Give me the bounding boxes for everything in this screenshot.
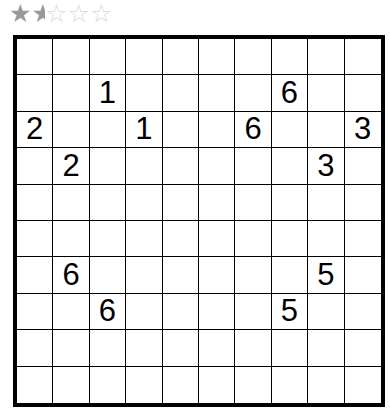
grid-cell-clue[interactable]: 3 <box>345 112 381 148</box>
grid-cell[interactable] <box>199 257 235 293</box>
grid-cell[interactable] <box>163 367 199 403</box>
grid-cell[interactable] <box>163 330 199 366</box>
grid-cell-clue[interactable]: 6 <box>53 257 89 293</box>
grid-cell[interactable] <box>126 39 162 75</box>
grid-cell-clue[interactable]: 1 <box>90 75 126 111</box>
grid-cell[interactable] <box>308 75 344 111</box>
grid-cell[interactable] <box>126 185 162 221</box>
grid-cell[interactable] <box>53 39 89 75</box>
puzzle-page: ★★☆☆☆ 162163236565 <box>0 0 390 414</box>
grid-cell[interactable] <box>272 367 308 403</box>
grid-cell[interactable] <box>17 330 53 366</box>
grid-cell[interactable] <box>272 257 308 293</box>
grid-cell-clue[interactable]: 3 <box>308 148 344 184</box>
star-empty-icon: ☆ <box>90 0 112 27</box>
grid-cell[interactable] <box>126 148 162 184</box>
grid-cell[interactable] <box>90 221 126 257</box>
grid-cell[interactable] <box>90 112 126 148</box>
grid-cell[interactable] <box>272 148 308 184</box>
grid-cell[interactable] <box>163 185 199 221</box>
star-empty-icon: ☆ <box>45 0 67 27</box>
grid-cell[interactable] <box>199 330 235 366</box>
grid-cell[interactable] <box>308 185 344 221</box>
grid-cell[interactable] <box>53 294 89 330</box>
grid-cell[interactable] <box>308 112 344 148</box>
star-filled-icon: ★ <box>9 0 31 27</box>
grid-cell[interactable] <box>126 221 162 257</box>
grid-cell[interactable] <box>345 221 381 257</box>
grid-cell[interactable] <box>90 257 126 293</box>
difficulty-rating: ★★☆☆☆ <box>9 0 112 27</box>
grid-cell[interactable] <box>199 39 235 75</box>
grid-cell[interactable] <box>126 330 162 366</box>
grid-cell[interactable] <box>345 294 381 330</box>
grid-cell[interactable] <box>235 257 271 293</box>
grid-cell[interactable] <box>17 148 53 184</box>
grid-cell[interactable] <box>199 221 235 257</box>
grid-cell[interactable] <box>53 75 89 111</box>
grid-cell[interactable] <box>17 185 53 221</box>
grid-cell[interactable] <box>235 75 271 111</box>
grid-cell-clue[interactable]: 6 <box>90 294 126 330</box>
grid-cell-clue[interactable]: 2 <box>17 112 53 148</box>
grid-cell[interactable] <box>53 330 89 366</box>
grid-cell[interactable] <box>235 185 271 221</box>
grid-cell[interactable] <box>272 185 308 221</box>
grid-cell-clue[interactable]: 5 <box>272 294 308 330</box>
grid-cell[interactable] <box>17 294 53 330</box>
grid-cell[interactable] <box>163 39 199 75</box>
grid-cell[interactable] <box>199 367 235 403</box>
grid-cell[interactable] <box>163 257 199 293</box>
grid-cell[interactable] <box>272 221 308 257</box>
grid-cell-clue[interactable]: 6 <box>272 75 308 111</box>
grid-cell-clue[interactable]: 5 <box>308 257 344 293</box>
grid-cell[interactable] <box>345 75 381 111</box>
grid-cell[interactable] <box>199 148 235 184</box>
grid-cell[interactable] <box>163 112 199 148</box>
grid-cell[interactable] <box>163 148 199 184</box>
grid-cell[interactable] <box>53 367 89 403</box>
grid-cell[interactable] <box>272 112 308 148</box>
grid-cell[interactable] <box>90 148 126 184</box>
grid-cell[interactable] <box>126 294 162 330</box>
grid-cell[interactable] <box>235 330 271 366</box>
grid-cell[interactable] <box>272 39 308 75</box>
grid-cell[interactable] <box>90 330 126 366</box>
grid-cell[interactable] <box>53 185 89 221</box>
grid-cell[interactable] <box>308 367 344 403</box>
grid-cell[interactable] <box>163 294 199 330</box>
grid-cell[interactable] <box>235 221 271 257</box>
grid-cell[interactable] <box>308 330 344 366</box>
grid-cell[interactable] <box>235 39 271 75</box>
grid-cell[interactable] <box>308 294 344 330</box>
grid-cell[interactable] <box>272 330 308 366</box>
star-empty-icon: ☆ <box>68 0 90 27</box>
grid-cell[interactable] <box>308 221 344 257</box>
grid-cell[interactable] <box>345 148 381 184</box>
star-half-icon: ★ <box>31 0 45 27</box>
grid-cell[interactable] <box>235 148 271 184</box>
grid-cell-clue[interactable]: 2 <box>53 148 89 184</box>
grid-cell-clue[interactable]: 1 <box>126 112 162 148</box>
grid-cell[interactable] <box>345 330 381 366</box>
grid-cell-clue[interactable]: 6 <box>235 112 271 148</box>
grid-cell[interactable] <box>163 75 199 111</box>
grid-cell[interactable] <box>17 221 53 257</box>
grid-cell[interactable] <box>199 112 235 148</box>
grid-cell[interactable] <box>308 39 344 75</box>
grid-cell[interactable] <box>345 39 381 75</box>
grid-cell[interactable] <box>235 294 271 330</box>
grid-cell[interactable] <box>199 75 235 111</box>
grid-cell[interactable] <box>163 221 199 257</box>
grid-cell[interactable] <box>345 367 381 403</box>
grid-cell[interactable] <box>199 185 235 221</box>
grid-cell[interactable] <box>17 75 53 111</box>
grid-cell[interactable] <box>126 75 162 111</box>
grid-cell[interactable] <box>53 112 89 148</box>
grid-cell[interactable] <box>199 294 235 330</box>
grid-cell[interactable] <box>90 39 126 75</box>
grid-cell[interactable] <box>235 367 271 403</box>
grid-cell[interactable] <box>126 367 162 403</box>
grid-cell[interactable] <box>53 221 89 257</box>
grid-cell[interactable] <box>17 367 53 403</box>
grid-cell[interactable] <box>345 185 381 221</box>
grid-cell[interactable] <box>17 257 53 293</box>
grid-cell[interactable] <box>90 185 126 221</box>
grid-cell[interactable] <box>90 367 126 403</box>
puzzle-grid: 162163236565 <box>13 35 385 407</box>
grid-cell[interactable] <box>345 257 381 293</box>
grid-cell[interactable] <box>126 257 162 293</box>
grid-cell[interactable] <box>17 39 53 75</box>
